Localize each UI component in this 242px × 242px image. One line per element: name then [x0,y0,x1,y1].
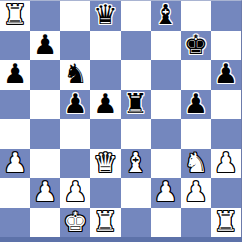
square-h2[interactable] [211,178,241,208]
square-a2[interactable] [0,178,30,208]
square-e3[interactable]: ♝ [121,149,151,179]
square-b8[interactable] [30,1,60,31]
white-pawn[interactable]: ♟ [214,149,238,176]
square-e5[interactable]: ♜ [121,90,151,120]
white-pawn[interactable]: ♟ [184,178,208,205]
square-e7[interactable] [121,31,151,61]
square-e4[interactable] [121,119,151,149]
square-e2[interactable] [121,178,151,208]
square-f6[interactable] [151,60,181,90]
white-pawn[interactable]: ♟ [33,178,57,205]
black-rook[interactable]: ♜ [123,90,147,117]
square-d2[interactable] [90,178,120,208]
square-e1[interactable] [121,208,151,238]
square-g6[interactable] [181,60,211,90]
square-f2[interactable]: ♟ [151,178,181,208]
square-f3[interactable] [151,149,181,179]
square-c5[interactable]: ♟ [60,90,90,120]
square-a8[interactable]: ♜ [0,1,30,31]
square-d8[interactable]: ♛ [90,1,120,31]
board-bottom-edge [0,237,242,242]
square-g3[interactable]: ♞ [181,149,211,179]
square-a6[interactable]: ♟ [0,60,30,90]
black-pawn[interactable]: ♟ [214,60,238,87]
square-b1[interactable] [30,208,60,238]
square-a3[interactable]: ♟ [0,149,30,179]
square-h7[interactable] [211,31,241,61]
white-rook[interactable]: ♜ [93,208,117,235]
square-d3[interactable]: ♛ [90,149,120,179]
white-rook[interactable]: ♜ [214,208,238,235]
square-a7[interactable] [0,31,30,61]
square-e6[interactable] [121,60,151,90]
square-h1[interactable]: ♜ [211,208,241,238]
square-g2[interactable]: ♟ [181,178,211,208]
square-h4[interactable] [211,119,241,149]
white-rook[interactable]: ♜ [3,1,27,28]
black-pawn[interactable]: ♟ [33,31,57,58]
square-a1[interactable] [0,208,30,238]
square-c1[interactable]: ♚ [60,208,90,238]
square-a5[interactable] [0,90,30,120]
square-c8[interactable] [60,1,90,31]
square-c4[interactable] [60,119,90,149]
square-c3[interactable] [60,149,90,179]
square-h5[interactable] [211,90,241,120]
white-pawn[interactable]: ♟ [63,178,87,205]
black-bishop[interactable]: ♝ [154,1,178,28]
chess-board: ♜♛♝♟♚♟♞♟♟♟♜♟♟♛♝♞♟♟♟♟♟♚♜♜ [0,0,242,237]
chess-app-screenshot: ♜♛♝♟♚♟♞♟♟♟♜♟♟♛♝♞♟♟♟♟♟♚♜♜ [0,0,242,242]
square-b4[interactable] [30,119,60,149]
square-g5[interactable]: ♟ [181,90,211,120]
square-e8[interactable] [121,1,151,31]
white-pawn[interactable]: ♟ [3,149,27,176]
white-king[interactable]: ♚ [63,208,87,235]
white-bishop[interactable]: ♝ [123,149,147,176]
white-pawn[interactable]: ♟ [154,178,178,205]
square-f7[interactable] [151,31,181,61]
black-pawn[interactable]: ♟ [63,90,87,117]
square-g7[interactable]: ♚ [181,31,211,61]
square-b6[interactable] [30,60,60,90]
square-h6[interactable]: ♟ [211,60,241,90]
square-f5[interactable] [151,90,181,120]
black-knight[interactable]: ♞ [63,60,87,87]
square-d4[interactable] [90,119,120,149]
square-g4[interactable] [181,119,211,149]
square-f4[interactable] [151,119,181,149]
square-b5[interactable] [30,90,60,120]
square-d7[interactable] [90,31,120,61]
square-d6[interactable] [90,60,120,90]
square-d5[interactable]: ♟ [90,90,120,120]
square-g1[interactable] [181,208,211,238]
square-c7[interactable] [60,31,90,61]
white-knight[interactable]: ♞ [184,149,208,176]
square-b2[interactable]: ♟ [30,178,60,208]
square-g8[interactable] [181,1,211,31]
square-b7[interactable]: ♟ [30,31,60,61]
white-queen[interactable]: ♛ [93,149,117,176]
black-pawn[interactable]: ♟ [3,60,27,87]
square-f8[interactable]: ♝ [151,1,181,31]
black-pawn[interactable]: ♟ [93,90,117,117]
square-c6[interactable]: ♞ [60,60,90,90]
black-pawn[interactable]: ♟ [184,90,208,117]
square-f1[interactable] [151,208,181,238]
square-a4[interactable] [0,119,30,149]
square-b3[interactable] [30,149,60,179]
black-queen[interactable]: ♛ [93,1,117,28]
black-king[interactable]: ♚ [184,31,208,58]
square-c2[interactable]: ♟ [60,178,90,208]
square-h8[interactable] [211,1,241,31]
square-d1[interactable]: ♜ [90,208,120,238]
square-h3[interactable]: ♟ [211,149,241,179]
